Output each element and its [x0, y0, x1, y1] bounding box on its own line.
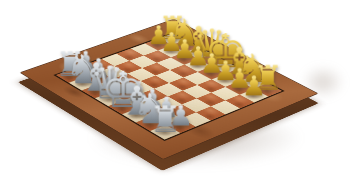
chess-board: ♜♞♝♛♚♝♞♜♟♟♟♟♟♟♟♟♟♟♟♟♟♟♟♟♜♞♝♛♚♝♞♜ [19, 19, 318, 160]
board-frame: ♜♞♝♛♚♝♞♜♟♟♟♟♟♟♟♟♟♟♟♟♟♟♟♟♜♞♝♛♚♝♞♜ [19, 19, 318, 160]
chess-set-product-photo: ♜♞♝♛♚♝♞♜♟♟♟♟♟♟♟♟♟♟♟♟♟♟♟♟♜♞♝♛♚♝♞♜ [0, 0, 350, 191]
piece-white-silver-rook-h1[interactable]: ♜ [140, 101, 191, 137]
square-h1[interactable]: ♜ [150, 125, 180, 140]
scene: ♜♞♝♛♚♝♞♜♟♟♟♟♟♟♟♟♟♟♟♟♟♟♟♟♜♞♝♛♚♝♞♜ [0, 0, 350, 191]
